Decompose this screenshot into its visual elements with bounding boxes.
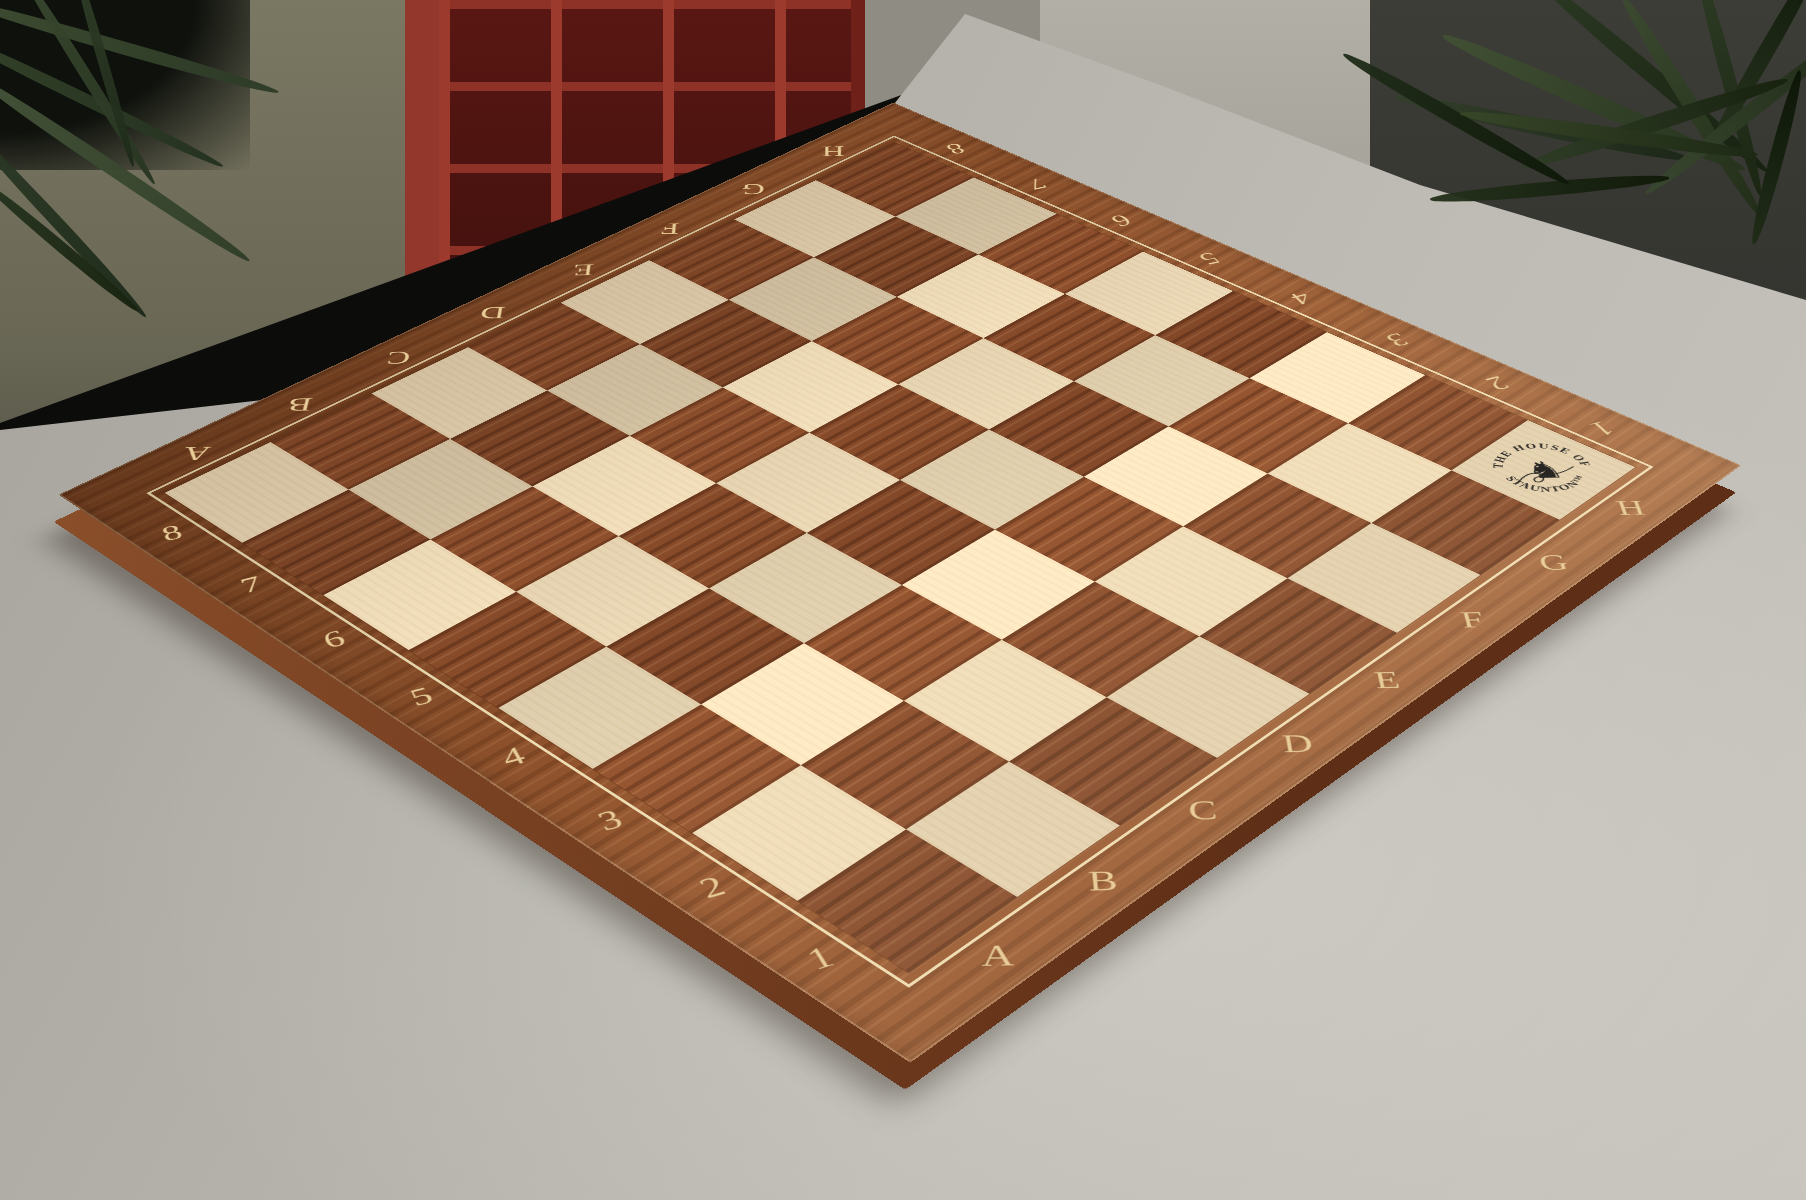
- knight-icon: ♞: [1523, 456, 1569, 484]
- label-top-D: D: [478, 303, 506, 323]
- label-right-2: 2: [1479, 372, 1516, 395]
- label-bottom-E: E: [1371, 665, 1402, 694]
- label-top-F: F: [660, 219, 680, 238]
- label-top-H: H: [821, 143, 844, 160]
- label-left-7: 7: [236, 571, 266, 599]
- logo-graphic: THE HOUSE OF STAUNTON™ ♞: [1480, 439, 1608, 500]
- label-top-A: A: [180, 442, 213, 465]
- label-right-4: 4: [1284, 288, 1318, 309]
- label-left-6: 6: [318, 625, 350, 654]
- label-bottom-G: G: [1535, 549, 1571, 575]
- label-top-C: C: [384, 347, 412, 368]
- label-right-5: 5: [1193, 249, 1226, 270]
- house-of-staunton-logo: THE HOUSE OF STAUNTON™ ♞: [1480, 439, 1608, 500]
- label-left-4: 4: [495, 741, 530, 773]
- label-left-3: 3: [591, 803, 628, 837]
- label-left-1: 1: [799, 939, 840, 977]
- label-bottom-D: D: [1279, 728, 1314, 758]
- label-right-6: 6: [1106, 211, 1137, 231]
- label-right-3: 3: [1380, 329, 1415, 351]
- label-top-G: G: [741, 180, 765, 198]
- label-right-8: 8: [941, 140, 970, 158]
- label-top-B: B: [285, 394, 315, 416]
- label-bottom-F: F: [1457, 606, 1486, 633]
- label-bottom-B: B: [1086, 864, 1118, 898]
- label-top-E: E: [571, 260, 594, 279]
- label-left-5: 5: [404, 681, 437, 712]
- photo-scene: THE HOUSE OF STAUNTON™ ♞ AABBCCDDEEFFGGH…: [0, 0, 1806, 1200]
- label-right-7: 7: [1022, 175, 1052, 194]
- label-bottom-A: A: [980, 937, 1014, 973]
- label-left-8: 8: [157, 520, 186, 547]
- label-left-2: 2: [692, 869, 731, 905]
- label-bottom-C: C: [1186, 794, 1219, 826]
- label-bottom-H: H: [1612, 495, 1648, 520]
